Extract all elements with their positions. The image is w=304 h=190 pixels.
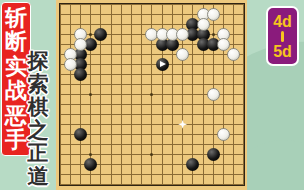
white-stone (176, 28, 189, 41)
black-stone (74, 128, 87, 141)
rank-badge-divider (281, 31, 284, 42)
white-stone (197, 18, 210, 31)
slogan-char: 之 (28, 118, 49, 141)
star-point (89, 93, 92, 96)
rank-badge-top: 4d (273, 13, 292, 30)
slogan-char: 探 (28, 49, 49, 72)
banner-char: 断 (5, 30, 27, 55)
white-stone (217, 38, 230, 51)
slogan-char: 道 (28, 164, 49, 187)
last-move-triangle-marker (160, 61, 166, 67)
white-stone (207, 88, 220, 101)
white-stone (207, 8, 220, 21)
banner-char: 战 (5, 79, 27, 104)
video-thumbnail: 斩 断 实 战 恶 手 探 索 棋 之 正 道 4d 5d (0, 0, 304, 190)
banner-char: 手 (5, 128, 27, 153)
star-point (212, 33, 215, 36)
black-stone (94, 28, 107, 41)
star-point (89, 33, 92, 36)
white-stone (227, 48, 240, 61)
slogan: 探 索 棋 之 正 道 (25, 49, 51, 187)
slogan-char: 索 (28, 72, 49, 95)
slogan-char: 棋 (28, 95, 49, 118)
white-stone (74, 38, 87, 51)
white-stone (176, 48, 189, 61)
black-stone (207, 148, 220, 161)
banner-char: 斩 (5, 6, 27, 31)
banner-char: 恶 (5, 104, 27, 129)
slogan-char: 正 (28, 141, 49, 164)
rank-badge: 4d 5d (266, 6, 299, 66)
white-stone (64, 58, 77, 71)
white-stone (217, 128, 230, 141)
banner-char: 实 (5, 55, 27, 80)
go-board (56, 0, 247, 190)
black-stone (74, 68, 87, 81)
rank-badge-bottom: 5d (273, 43, 292, 60)
